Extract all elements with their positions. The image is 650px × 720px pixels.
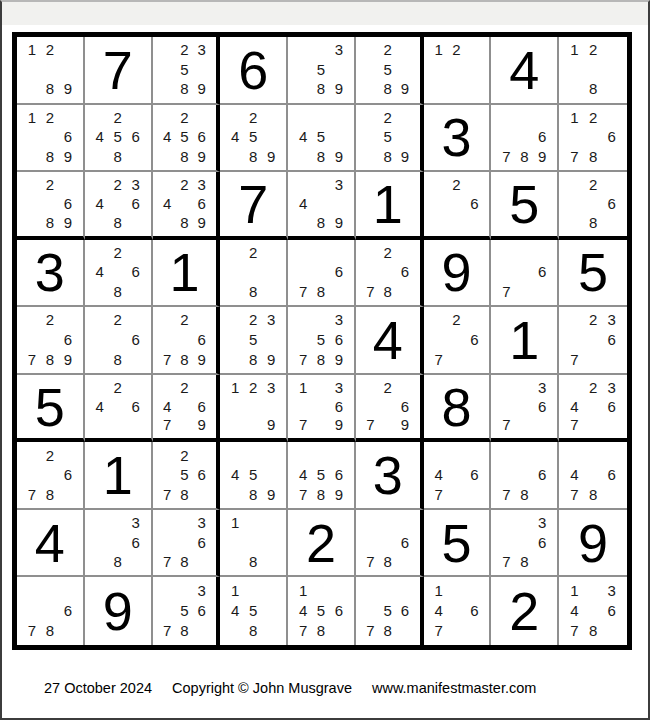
pencil-marks: 12 xyxy=(424,37,490,103)
candidate-digit: 2 xyxy=(379,243,396,263)
candidate-digit: 3 xyxy=(193,40,210,60)
candidate-digit: 8 xyxy=(312,282,330,302)
cell-r7c6[interactable]: 3 xyxy=(356,442,424,510)
candidate-digit: 9 xyxy=(193,147,210,167)
candidate-digit: 7 xyxy=(159,621,176,641)
cell-r8c2[interactable]: 368 xyxy=(85,510,153,578)
candidate-digit: 3 xyxy=(193,513,210,533)
pencil-marks: 5678 xyxy=(356,577,420,645)
candidate-digit: 8 xyxy=(244,552,262,572)
candidate-digit: 9 xyxy=(59,349,77,369)
candidate-digit: 6 xyxy=(533,397,551,416)
pencil-marks: 3678 xyxy=(153,510,217,576)
candidate-digit: 8 xyxy=(176,621,193,641)
cell-r5c3[interactable]: 26789 xyxy=(153,307,221,375)
candidate-digit: 8 xyxy=(515,552,533,572)
candidate-digit: 5 xyxy=(244,127,262,147)
candidate-digit: 2 xyxy=(244,378,262,397)
candidate-digit: 7 xyxy=(362,415,379,434)
pencil-marks: 67 xyxy=(491,240,557,306)
candidate-digit: 6 xyxy=(396,601,413,621)
cell-r5c7[interactable]: 267 xyxy=(424,307,492,375)
candidate-digit: 4 xyxy=(226,601,244,621)
candidate-digit: 9 xyxy=(330,349,348,369)
candidate-digit: 3 xyxy=(330,40,348,60)
candidate-digit: 1 xyxy=(23,40,41,60)
candidate-digit: 6 xyxy=(396,262,413,282)
candidate-digit: 9 xyxy=(59,79,77,99)
candidate-digit: 3 xyxy=(602,580,621,600)
pencil-marks: 25678 xyxy=(153,442,217,508)
pencil-marks: 18 xyxy=(220,510,286,576)
candidate-digit: 8 xyxy=(176,79,193,99)
cell-r7c9[interactable]: 4678 xyxy=(559,442,627,510)
pencil-marks: 467 xyxy=(424,442,490,508)
candidate-digit: 8 xyxy=(244,621,262,641)
pencil-marks: 2678 xyxy=(17,442,83,508)
cell-r3c9[interactable]: 268 xyxy=(559,172,627,240)
cell-r8c8[interactable]: 3678 xyxy=(491,510,559,578)
cell-r7c2[interactable]: 1 xyxy=(85,442,153,510)
cell-r1c9[interactable]: 128 xyxy=(559,37,627,105)
candidate-digit: 8 xyxy=(109,552,127,572)
candidate-digit: 2 xyxy=(584,108,603,128)
candidate-digit: 7 xyxy=(23,484,41,504)
cell-r4c3[interactable]: 1 xyxy=(153,240,221,308)
pencil-marks: 246 xyxy=(85,375,151,439)
candidate-digit: 5 xyxy=(312,330,330,350)
candidate-digit: 8 xyxy=(584,79,603,99)
candidate-digit: 8 xyxy=(244,282,262,302)
candidate-digit: 9 xyxy=(330,415,348,434)
cell-r2c6[interactable]: 2589 xyxy=(356,105,424,173)
cell-r9c8[interactable]: 2 xyxy=(491,577,559,645)
footer-date: 27 October 2024 xyxy=(44,680,152,696)
cell-r8c9[interactable]: 9 xyxy=(559,510,627,578)
cell-r3c1[interactable]: 2689 xyxy=(17,172,85,240)
cell-r9c3[interactable]: 35678 xyxy=(153,577,221,645)
cell-r2c4[interactable]: 24589 xyxy=(220,105,288,173)
cell-r2c1[interactable]: 12689 xyxy=(17,105,85,173)
footer-website: www.manifestmaster.com xyxy=(372,680,536,696)
candidate-digit: 7 xyxy=(362,282,379,302)
pencil-marks: 12689 xyxy=(17,105,83,171)
candidate-digit: 3 xyxy=(533,513,551,533)
candidate-digit: 2 xyxy=(176,310,193,330)
cell-r5c9[interactable]: 2367 xyxy=(559,307,627,375)
cell-r9c5[interactable]: 145678 xyxy=(288,577,356,645)
candidate-digit: 4 xyxy=(226,465,244,485)
cell-r9c6[interactable]: 5678 xyxy=(356,577,424,645)
candidate-digit: 4 xyxy=(159,397,176,416)
cell-r5c5[interactable]: 356789 xyxy=(288,307,356,375)
candidate-digit: 5 xyxy=(379,127,396,147)
pencil-marks: 267 xyxy=(424,307,490,373)
cell-r5c1[interactable]: 26789 xyxy=(17,307,85,375)
cell-r2c3[interactable]: 245689 xyxy=(153,105,221,173)
candidate-digit: 8 xyxy=(176,147,193,167)
pencil-marks: 2589 xyxy=(356,105,420,171)
cell-r8c4[interactable]: 18 xyxy=(220,510,288,578)
candidate-digit: 6 xyxy=(533,532,551,552)
candidate-digit: 2 xyxy=(584,378,603,397)
pencil-marks: 134678 xyxy=(559,577,627,645)
candidate-digit: 2 xyxy=(448,310,466,330)
candidate-digit: 6 xyxy=(602,194,621,213)
cell-r7c1[interactable]: 2678 xyxy=(17,442,85,510)
sudoku-board: 1289723589635892589124128126892456824568… xyxy=(12,32,632,650)
candidate-digit: 3 xyxy=(262,378,280,397)
candidate-digit: 7 xyxy=(294,282,312,302)
candidate-digit: 7 xyxy=(159,349,176,369)
candidate-digit: 2 xyxy=(244,108,262,128)
candidate-digit: 2 xyxy=(176,445,193,465)
cell-r3c6[interactable]: 1 xyxy=(356,172,424,240)
candidate-digit: 7 xyxy=(23,621,41,641)
placed-digit: 6 xyxy=(238,43,268,97)
pencil-marks: 35678 xyxy=(153,577,217,645)
candidate-digit: 9 xyxy=(533,147,551,167)
cell-r5c8[interactable]: 1 xyxy=(491,307,559,375)
candidate-digit: 9 xyxy=(262,349,280,369)
candidate-digit: 5 xyxy=(244,601,262,621)
candidate-digit: 5 xyxy=(176,465,193,485)
cell-r2c2[interactable]: 24568 xyxy=(85,105,153,173)
cell-r8c7[interactable]: 5 xyxy=(424,510,492,578)
cell-r6c1[interactable]: 5 xyxy=(17,375,85,443)
candidate-digit: 8 xyxy=(41,213,59,232)
cell-r4c7[interactable]: 9 xyxy=(424,240,492,308)
placed-digit: 1 xyxy=(169,245,199,299)
candidate-digit: 6 xyxy=(396,397,413,416)
candidate-digit: 8 xyxy=(584,484,603,504)
placed-digit: 1 xyxy=(103,448,133,502)
candidate-digit: 5 xyxy=(244,465,262,485)
cell-r1c4[interactable]: 6 xyxy=(220,37,288,105)
candidate-digit: 7 xyxy=(497,415,515,434)
candidate-digit: 6 xyxy=(127,262,145,282)
cell-r3c8[interactable]: 5 xyxy=(491,172,559,240)
pencil-marks: 12678 xyxy=(559,105,627,171)
candidate-digit: 6 xyxy=(193,532,210,552)
placed-digit: 4 xyxy=(35,516,65,570)
cell-r6c4[interactable]: 1239 xyxy=(220,375,288,443)
candidate-digit: 2 xyxy=(176,40,193,60)
cell-r3c2[interactable]: 23468 xyxy=(85,172,153,240)
cell-r6c7[interactable]: 8 xyxy=(424,375,492,443)
candidate-digit: 8 xyxy=(584,213,603,232)
candidate-digit: 4 xyxy=(294,601,312,621)
pencil-marks: 128 xyxy=(559,37,627,103)
candidate-digit: 7 xyxy=(23,349,41,369)
cell-r4c4[interactable]: 28 xyxy=(220,240,288,308)
candidate-digit: 5 xyxy=(312,601,330,621)
candidate-digit: 6 xyxy=(127,397,145,416)
candidate-digit: 9 xyxy=(193,213,210,232)
candidate-digit: 8 xyxy=(176,349,193,369)
candidate-digit: 3 xyxy=(127,513,145,533)
cell-r3c4[interactable]: 7 xyxy=(220,172,288,240)
candidate-digit: 6 xyxy=(466,601,484,621)
candidate-digit: 6 xyxy=(330,601,348,621)
candidate-digit: 6 xyxy=(602,601,621,621)
cell-r6c2[interactable]: 246 xyxy=(85,375,153,443)
cell-r1c5[interactable]: 3589 xyxy=(288,37,356,105)
cell-r9c9[interactable]: 134678 xyxy=(559,577,627,645)
candidate-digit: 7 xyxy=(497,552,515,572)
candidate-digit: 7 xyxy=(294,415,312,434)
pencil-marks: 2367 xyxy=(559,307,627,373)
candidate-digit: 7 xyxy=(430,621,448,641)
candidate-digit: 7 xyxy=(565,484,584,504)
cell-r9c2[interactable]: 9 xyxy=(85,577,153,645)
candidate-digit: 8 xyxy=(109,213,127,232)
cell-r9c7[interactable]: 1467 xyxy=(424,577,492,645)
cell-r6c8[interactable]: 367 xyxy=(491,375,559,443)
candidate-digit: 6 xyxy=(533,127,551,147)
placed-digit: 3 xyxy=(442,110,472,164)
candidate-digit: 2 xyxy=(379,40,396,60)
cell-r2c7[interactable]: 3 xyxy=(424,105,492,173)
placed-digit: 5 xyxy=(35,380,65,434)
candidate-digit: 3 xyxy=(330,175,348,194)
cell-r7c8[interactable]: 678 xyxy=(491,442,559,510)
candidate-digit: 8 xyxy=(584,621,603,641)
candidate-digit: 5 xyxy=(109,127,127,147)
candidate-digit: 2 xyxy=(41,175,59,194)
candidate-digit: 6 xyxy=(127,330,145,350)
candidate-digit: 1 xyxy=(23,108,41,128)
page: 1289723589635892589124128126892456824568… xyxy=(0,0,650,720)
pencil-marks: 4678 xyxy=(559,442,627,508)
candidate-digit: 9 xyxy=(193,79,210,99)
candidate-digit: 8 xyxy=(41,349,59,369)
cell-r9c1[interactable]: 678 xyxy=(17,577,85,645)
candidate-digit: 6 xyxy=(59,330,77,350)
cell-r1c7[interactable]: 12 xyxy=(424,37,492,105)
candidate-digit: 1 xyxy=(226,513,244,533)
candidate-digit: 8 xyxy=(379,147,396,167)
cell-r8c5[interactable]: 2 xyxy=(288,510,356,578)
candidate-digit: 9 xyxy=(396,415,413,434)
candidate-digit: 8 xyxy=(176,484,193,504)
candidate-digit: 8 xyxy=(41,79,59,99)
candidate-digit: 6 xyxy=(59,127,77,147)
candidate-digit: 3 xyxy=(533,378,551,397)
candidate-digit: 5 xyxy=(379,60,396,80)
cell-r3c7[interactable]: 26 xyxy=(424,172,492,240)
candidate-digit: 6 xyxy=(59,194,77,213)
pencil-marks: 1239 xyxy=(220,375,286,439)
candidate-digit: 1 xyxy=(226,580,244,600)
cell-r9c4[interactable]: 1458 xyxy=(220,577,288,645)
pencil-marks: 1289 xyxy=(17,37,83,103)
pencil-marks: 678 xyxy=(288,240,354,306)
candidate-digit: 3 xyxy=(193,580,210,600)
candidate-digit: 8 xyxy=(41,484,59,504)
pencil-marks: 26789 xyxy=(17,307,83,373)
pencil-marks: 678 xyxy=(491,442,557,508)
pencil-marks: 26789 xyxy=(153,307,217,373)
cell-r6c3[interactable]: 24679 xyxy=(153,375,221,443)
candidate-digit: 2 xyxy=(109,378,127,397)
pencil-marks: 367 xyxy=(491,375,557,439)
pencil-marks: 23589 xyxy=(220,307,286,373)
cell-r1c6[interactable]: 2589 xyxy=(356,37,424,105)
placed-digit: 3 xyxy=(35,245,65,299)
candidate-digit: 8 xyxy=(312,213,330,232)
candidate-digit: 6 xyxy=(193,601,210,621)
candidate-digit: 9 xyxy=(262,147,280,167)
candidate-digit: 6 xyxy=(127,532,145,552)
candidate-digit: 8 xyxy=(312,621,330,641)
candidate-digit: 7 xyxy=(497,484,515,504)
cell-r5c2[interactable]: 268 xyxy=(85,307,153,375)
candidate-digit: 8 xyxy=(109,349,127,369)
cell-r7c7[interactable]: 467 xyxy=(424,442,492,510)
candidate-digit: 2 xyxy=(584,40,603,60)
cell-r5c6[interactable]: 4 xyxy=(356,307,424,375)
candidate-digit: 1 xyxy=(294,378,312,397)
candidate-digit: 3 xyxy=(262,310,280,330)
candidate-digit: 4 xyxy=(565,601,584,621)
placed-digit: 8 xyxy=(442,380,472,434)
candidate-digit: 1 xyxy=(226,378,244,397)
candidate-digit: 7 xyxy=(565,147,584,167)
candidate-digit: 8 xyxy=(176,552,193,572)
cell-r3c3[interactable]: 234689 xyxy=(153,172,221,240)
candidate-digit: 4 xyxy=(565,465,584,485)
pencil-marks: 678 xyxy=(17,577,83,645)
cell-r8c1[interactable]: 4 xyxy=(17,510,85,578)
cell-r4c6[interactable]: 2678 xyxy=(356,240,424,308)
cell-r6c9[interactable]: 23467 xyxy=(559,375,627,443)
candidate-digit: 6 xyxy=(602,397,621,416)
cell-r4c1[interactable]: 3 xyxy=(17,240,85,308)
candidate-digit: 8 xyxy=(379,282,396,302)
pencil-marks: 23468 xyxy=(85,172,151,236)
candidate-digit: 7 xyxy=(362,621,379,641)
candidate-digit: 1 xyxy=(565,40,584,60)
cell-r1c2[interactable]: 7 xyxy=(85,37,153,105)
cell-r4c8[interactable]: 67 xyxy=(491,240,559,308)
candidate-digit: 2 xyxy=(109,310,127,330)
candidate-digit: 6 xyxy=(193,397,210,416)
candidate-digit: 9 xyxy=(396,147,413,167)
cell-r5c4[interactable]: 23589 xyxy=(220,307,288,375)
candidate-digit: 4 xyxy=(159,127,176,147)
candidate-digit: 7 xyxy=(497,147,515,167)
cell-r4c5[interactable]: 678 xyxy=(288,240,356,308)
candidate-digit: 8 xyxy=(109,147,127,167)
candidate-digit: 2 xyxy=(41,40,59,60)
cell-r7c3[interactable]: 25678 xyxy=(153,442,221,510)
candidate-digit: 2 xyxy=(176,175,193,194)
candidate-digit: 2 xyxy=(176,378,193,397)
candidate-digit: 9 xyxy=(59,213,77,232)
candidate-digit: 3 xyxy=(602,310,621,330)
pencil-marks: 368 xyxy=(85,510,151,576)
cell-r2c8[interactable]: 6789 xyxy=(491,105,559,173)
cell-r2c9[interactable]: 12678 xyxy=(559,105,627,173)
pencil-marks: 356789 xyxy=(288,307,354,373)
pencil-marks: 3678 xyxy=(491,510,557,576)
pencil-marks: 2679 xyxy=(356,375,420,439)
candidate-digit: 2 xyxy=(584,175,603,194)
candidate-digit: 8 xyxy=(109,282,127,302)
candidate-digit: 7 xyxy=(565,349,584,369)
candidate-digit: 8 xyxy=(244,349,262,369)
placed-digit: 2 xyxy=(306,516,336,570)
candidate-digit: 6 xyxy=(396,532,413,552)
pencil-marks: 23467 xyxy=(559,375,627,439)
placed-digit: 1 xyxy=(509,313,539,367)
candidate-digit: 6 xyxy=(602,465,621,485)
candidate-digit: 9 xyxy=(193,349,210,369)
cell-r4c9[interactable]: 5 xyxy=(559,240,627,308)
pencil-marks: 6789 xyxy=(491,105,557,171)
candidate-digit: 8 xyxy=(584,147,603,167)
candidate-digit: 2 xyxy=(244,243,262,263)
placed-digit: 5 xyxy=(509,177,539,231)
candidate-digit: 6 xyxy=(602,127,621,147)
candidate-digit: 6 xyxy=(193,127,210,147)
footer-copyright: Copyright © John Musgrave xyxy=(172,680,352,696)
cell-r4c2[interactable]: 2468 xyxy=(85,240,153,308)
candidate-digit: 7 xyxy=(362,552,379,572)
candidate-digit: 6 xyxy=(59,465,77,485)
candidate-digit: 9 xyxy=(396,79,413,99)
cell-r7c5[interactable]: 456789 xyxy=(288,442,356,510)
candidate-digit: 7 xyxy=(430,349,448,369)
cell-r7c4[interactable]: 4589 xyxy=(220,442,288,510)
candidate-digit: 7 xyxy=(565,621,584,641)
pencil-marks: 2678 xyxy=(356,240,420,306)
candidate-digit: 2 xyxy=(379,108,396,128)
cell-r6c6[interactable]: 2679 xyxy=(356,375,424,443)
cell-r3c5[interactable]: 3489 xyxy=(288,172,356,240)
candidate-digit: 8 xyxy=(515,484,533,504)
cell-r1c3[interactable]: 23589 xyxy=(153,37,221,105)
candidate-digit: 8 xyxy=(379,621,396,641)
cell-r2c5[interactable]: 4589 xyxy=(288,105,356,173)
cell-r1c8[interactable]: 4 xyxy=(491,37,559,105)
pencil-marks: 678 xyxy=(356,510,420,576)
candidate-digit: 2 xyxy=(109,175,127,194)
candidate-digit: 4 xyxy=(91,127,109,147)
candidate-digit: 1 xyxy=(565,580,584,600)
candidate-digit: 3 xyxy=(330,378,348,397)
cell-r6c5[interactable]: 13679 xyxy=(288,375,356,443)
placed-digit: 4 xyxy=(509,43,539,97)
candidate-digit: 5 xyxy=(176,601,193,621)
candidate-digit: 5 xyxy=(312,60,330,80)
placed-digit: 7 xyxy=(103,43,133,97)
candidate-digit: 9 xyxy=(330,484,348,504)
pencil-marks: 24679 xyxy=(153,375,217,439)
candidate-digit: 1 xyxy=(565,108,584,128)
candidate-digit: 6 xyxy=(330,465,348,485)
candidate-digit: 8 xyxy=(176,213,193,232)
placed-digit: 9 xyxy=(103,584,133,638)
candidate-digit: 4 xyxy=(294,465,312,485)
cell-r8c3[interactable]: 3678 xyxy=(153,510,221,578)
cell-r8c6[interactable]: 678 xyxy=(356,510,424,578)
pencil-marks: 24589 xyxy=(220,105,286,171)
candidate-digit: 8 xyxy=(41,147,59,167)
candidate-digit: 6 xyxy=(193,465,210,485)
cell-r1c1[interactable]: 1289 xyxy=(17,37,85,105)
